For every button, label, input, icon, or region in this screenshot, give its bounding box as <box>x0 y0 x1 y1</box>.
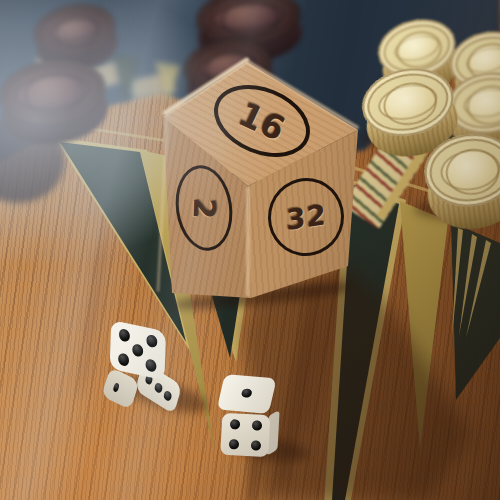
die-one[interactable] <box>210 369 283 461</box>
cube-value-top: 16 <box>233 94 291 149</box>
die-pip <box>119 328 130 342</box>
die-one-top-face <box>217 374 277 414</box>
die-five[interactable] <box>92 317 190 417</box>
die-pip <box>154 381 163 394</box>
cube-edge-highlight <box>246 187 250 297</box>
cube-value-right: 32 <box>285 198 327 237</box>
backgammon-photo-scene: 16 2 32 <box>0 0 500 500</box>
die-pip <box>251 440 261 451</box>
die-pip <box>145 358 156 372</box>
die-pip <box>230 419 240 430</box>
die-pip <box>241 389 253 398</box>
die-pip <box>163 389 172 402</box>
cube-value-left: 2 <box>186 197 222 219</box>
die-pip <box>252 421 262 432</box>
die-pip <box>229 439 239 450</box>
die-pip <box>132 343 143 357</box>
die-pip <box>112 382 120 393</box>
die-pip <box>118 352 129 366</box>
die-one-front-face <box>220 413 270 457</box>
die-pip <box>146 334 157 348</box>
cube-edge-highlight <box>156 118 168 292</box>
